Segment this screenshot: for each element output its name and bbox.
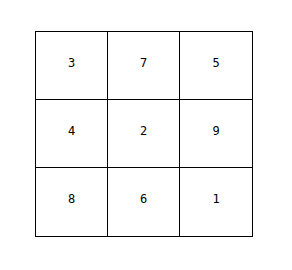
cell-r0c0[interactable]: 3 xyxy=(36,32,108,100)
cell-r1c1[interactable]: 2 xyxy=(108,100,180,168)
cell-r0c2[interactable]: 5 xyxy=(180,32,252,100)
cell-r1c0[interactable]: 4 xyxy=(36,100,108,168)
cell-r2c1[interactable]: 6 xyxy=(108,168,180,236)
cell-r2c0[interactable]: 8 xyxy=(36,168,108,236)
number-grid-board: 3 7 5 4 2 9 8 6 1 xyxy=(35,31,253,237)
cell-r1c2[interactable]: 9 xyxy=(180,100,252,168)
cell-r2c2[interactable]: 1 xyxy=(180,168,252,236)
cell-r0c1[interactable]: 7 xyxy=(108,32,180,100)
